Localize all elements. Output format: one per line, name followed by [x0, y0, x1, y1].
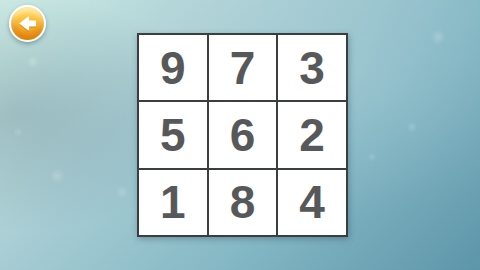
cell-r2c3[interactable]: 2: [278, 102, 346, 167]
cell-r2c1[interactable]: 5: [139, 102, 207, 167]
number-grid: 9 7 3 5 6 2 1 8 4: [137, 33, 348, 237]
cell-r1c3[interactable]: 3: [278, 35, 346, 100]
cell-r3c3[interactable]: 4: [278, 170, 346, 235]
cell-r1c1[interactable]: 9: [139, 35, 207, 100]
back-button[interactable]: [9, 5, 46, 42]
left-arrow-icon: [17, 13, 38, 34]
cell-r3c2[interactable]: 8: [209, 170, 277, 235]
cell-r1c2[interactable]: 7: [209, 35, 277, 100]
cell-r3c1[interactable]: 1: [139, 170, 207, 235]
game-screen: 9 7 3 5 6 2 1 8 4: [0, 0, 480, 270]
cell-r2c2[interactable]: 6: [209, 102, 277, 167]
